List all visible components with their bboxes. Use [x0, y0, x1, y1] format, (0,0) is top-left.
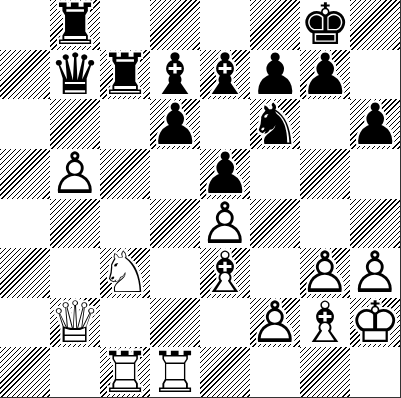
square-b4[interactable]: [50, 199, 100, 249]
piece-black-rook-icon: ♜: [100, 50, 150, 100]
square-h1[interactable]: [350, 347, 400, 397]
square-g4[interactable]: [300, 199, 350, 249]
square-b5[interactable]: ♟♙: [50, 149, 100, 199]
piece-black-pawn-icon: ♟: [150, 99, 200, 149]
piece-halo: ♟: [50, 149, 100, 199]
piece-white-king-icon: ♔: [350, 298, 400, 348]
piece-black-pawn-icon: ♟: [200, 149, 250, 199]
square-a7[interactable]: [0, 50, 50, 100]
square-c5[interactable]: [100, 149, 150, 199]
square-d2[interactable]: [150, 298, 200, 348]
square-c1[interactable]: ♜♖: [100, 347, 150, 397]
piece-halo: ♛: [50, 50, 100, 100]
piece-halo: ♝: [150, 50, 200, 100]
square-c3[interactable]: ♞♘: [100, 248, 150, 298]
square-c4[interactable]: [100, 199, 150, 249]
piece-white-bishop-icon: ♗: [200, 248, 250, 298]
square-e7[interactable]: ♝♝: [200, 50, 250, 100]
piece-white-pawn-icon: ♙: [50, 149, 100, 199]
square-g8[interactable]: ♚♚: [300, 0, 350, 50]
square-c2[interactable]: [100, 298, 150, 348]
piece-halo: ♟: [300, 248, 350, 298]
square-h6[interactable]: ♟♟: [350, 99, 400, 149]
square-f3[interactable]: [250, 248, 300, 298]
square-a2[interactable]: [0, 298, 50, 348]
piece-halo: ♟: [250, 298, 300, 348]
piece-halo: ♟: [150, 99, 200, 149]
square-a4[interactable]: [0, 199, 50, 249]
square-f2[interactable]: ♟♙: [250, 298, 300, 348]
piece-halo: ♜: [150, 347, 200, 397]
square-f8[interactable]: [250, 0, 300, 50]
chess-board: ♜♜♚♚♛♛♜♜♝♝♝♝♟♟♟♟♟♟♞♞♟♟♟♙♟♟♟♙♞♘♝♗♟♙♟♙♛♕♟♙…: [0, 0, 401, 398]
piece-white-pawn-icon: ♙: [250, 298, 300, 348]
square-f7[interactable]: ♟♟: [250, 50, 300, 100]
piece-black-pawn-icon: ♟: [250, 50, 300, 100]
square-d6[interactable]: ♟♟: [150, 99, 200, 149]
square-b3[interactable]: [50, 248, 100, 298]
piece-halo: ♟: [350, 99, 400, 149]
piece-white-bishop-icon: ♗: [300, 298, 350, 348]
piece-black-rook-icon: ♜: [50, 0, 100, 50]
square-h2[interactable]: ♚♔: [350, 298, 400, 348]
square-h8[interactable]: [350, 0, 400, 50]
piece-white-rook-icon: ♖: [100, 347, 150, 397]
piece-black-king-icon: ♚: [300, 0, 350, 50]
square-e3[interactable]: ♝♗: [200, 248, 250, 298]
square-f4[interactable]: [250, 199, 300, 249]
piece-halo: ♚: [350, 298, 400, 348]
piece-white-pawn-icon: ♙: [300, 248, 350, 298]
square-c8[interactable]: [100, 0, 150, 50]
square-d7[interactable]: ♝♝: [150, 50, 200, 100]
square-b6[interactable]: [50, 99, 100, 149]
piece-halo: ♟: [350, 248, 400, 298]
piece-white-knight-icon: ♘: [100, 248, 150, 298]
square-h3[interactable]: ♟♙: [350, 248, 400, 298]
piece-black-pawn-icon: ♟: [300, 50, 350, 100]
square-e5[interactable]: ♟♟: [200, 149, 250, 199]
square-h4[interactable]: [350, 199, 400, 249]
piece-black-bishop-icon: ♝: [150, 50, 200, 100]
square-c7[interactable]: ♜♜: [100, 50, 150, 100]
piece-halo: ♟: [200, 199, 250, 249]
square-e2[interactable]: [200, 298, 250, 348]
square-a1[interactable]: [0, 347, 50, 397]
square-b1[interactable]: [50, 347, 100, 397]
square-a3[interactable]: [0, 248, 50, 298]
square-g2[interactable]: ♝♗: [300, 298, 350, 348]
square-b8[interactable]: ♜♜: [50, 0, 100, 50]
piece-halo: ♞: [100, 248, 150, 298]
piece-white-pawn-icon: ♙: [350, 248, 400, 298]
square-b7[interactable]: ♛♛: [50, 50, 100, 100]
square-h5[interactable]: [350, 149, 400, 199]
piece-white-queen-icon: ♕: [50, 298, 100, 348]
square-f6[interactable]: ♞♞: [250, 99, 300, 149]
piece-halo: ♟: [300, 50, 350, 100]
piece-halo: ♛: [50, 298, 100, 348]
piece-halo: ♚: [300, 0, 350, 50]
piece-halo: ♝: [300, 298, 350, 348]
square-f1[interactable]: [250, 347, 300, 397]
piece-halo: ♞: [250, 99, 300, 149]
square-e8[interactable]: [200, 0, 250, 50]
piece-black-queen-icon: ♛: [50, 50, 100, 100]
square-g3[interactable]: ♟♙: [300, 248, 350, 298]
square-g5[interactable]: [300, 149, 350, 199]
square-a8[interactable]: [0, 0, 50, 50]
square-b2[interactable]: ♛♕: [50, 298, 100, 348]
piece-halo: ♜: [50, 0, 100, 50]
square-a6[interactable]: [0, 99, 50, 149]
piece-black-pawn-icon: ♟: [350, 99, 400, 149]
piece-black-bishop-icon: ♝: [200, 50, 250, 100]
square-d3[interactable]: [150, 248, 200, 298]
piece-halo: ♟: [250, 50, 300, 100]
square-d5[interactable]: [150, 149, 200, 199]
square-f5[interactable]: [250, 149, 300, 199]
piece-black-knight-icon: ♞: [250, 99, 300, 149]
square-e4[interactable]: ♟♙: [200, 199, 250, 249]
square-g6[interactable]: [300, 99, 350, 149]
square-h7[interactable]: [350, 50, 400, 100]
piece-halo: ♟: [200, 149, 250, 199]
square-d4[interactable]: [150, 199, 200, 249]
square-c6[interactable]: [100, 99, 150, 149]
square-e6[interactable]: [200, 99, 250, 149]
square-e1[interactable]: [200, 347, 250, 397]
square-d1[interactable]: ♜♖: [150, 347, 200, 397]
square-a5[interactable]: [0, 149, 50, 199]
piece-halo: ♜: [100, 347, 150, 397]
piece-white-rook-icon: ♖: [150, 347, 200, 397]
square-g7[interactable]: ♟♟: [300, 50, 350, 100]
square-d8[interactable]: [150, 0, 200, 50]
piece-halo: ♝: [200, 50, 250, 100]
piece-white-pawn-icon: ♙: [200, 199, 250, 249]
square-g1[interactable]: [300, 347, 350, 397]
piece-halo: ♜: [100, 50, 150, 100]
piece-halo: ♝: [200, 248, 250, 298]
